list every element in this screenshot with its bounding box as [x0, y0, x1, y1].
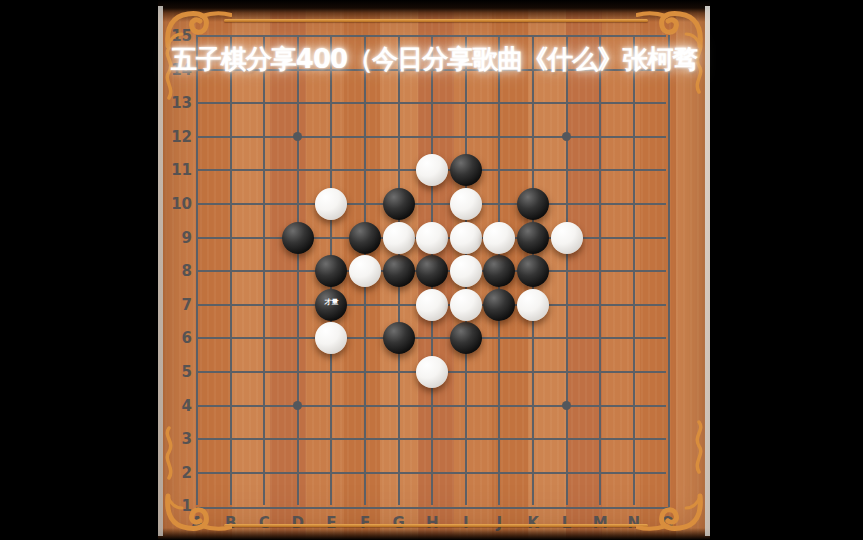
board-grid[interactable]: 才量: [196, 35, 670, 509]
white-stone-I10[interactable]: [450, 188, 482, 220]
board-cell[interactable]: [196, 169, 230, 203]
ornament-right-scroll-bottom-icon: [692, 420, 708, 480]
board-cell[interactable]: [599, 438, 633, 472]
board-cell[interactable]: [330, 371, 364, 405]
board-cell[interactable]: [498, 136, 532, 170]
video-frame: 才量 151413121110987654321 ABCDEFGHIJKLMNO: [0, 0, 863, 540]
board-cell[interactable]: [398, 438, 432, 472]
board-cell[interactable]: [230, 337, 264, 371]
white-stone-G9[interactable]: [383, 222, 415, 254]
board-cell[interactable]: [566, 472, 600, 506]
board-cell[interactable]: [532, 136, 566, 170]
col-label-H: H: [420, 514, 444, 532]
black-stone-D9[interactable]: [282, 222, 314, 254]
board-cell[interactable]: [633, 237, 667, 271]
board-cell[interactable]: [532, 337, 566, 371]
video-title-overlay: 五子棋分享400（今日分享歌曲《什么》张柯骛: [154, 42, 714, 77]
col-label-C: C: [252, 514, 276, 532]
board-cell[interactable]: [330, 438, 364, 472]
white-stone-I9[interactable]: [450, 222, 482, 254]
board-cell[interactable]: [599, 371, 633, 405]
board-cell[interactable]: [566, 102, 600, 136]
black-stone-G10[interactable]: [383, 188, 415, 220]
ornament-corner-bottom-right-icon: [636, 492, 706, 536]
board-cell[interactable]: [599, 270, 633, 304]
board-cell[interactable]: [330, 136, 364, 170]
board-cell[interactable]: [498, 472, 532, 506]
board-cell[interactable]: [263, 371, 297, 405]
board-cell[interactable]: [230, 102, 264, 136]
board-cell[interactable]: [498, 102, 532, 136]
black-stone-F9[interactable]: [349, 222, 381, 254]
board-cell[interactable]: [263, 270, 297, 304]
board-cell[interactable]: [364, 405, 398, 439]
board-cell[interactable]: [566, 337, 600, 371]
board-cell[interactable]: [465, 472, 499, 506]
board-cell[interactable]: [465, 438, 499, 472]
board-cell[interactable]: [196, 136, 230, 170]
board-cell[interactable]: [566, 169, 600, 203]
board-cell[interactable]: [498, 405, 532, 439]
board-cell[interactable]: [431, 102, 465, 136]
board-cell[interactable]: [230, 136, 264, 170]
white-stone-F8[interactable]: [349, 255, 381, 287]
row-label-4: 4: [168, 397, 192, 415]
col-label-G: G: [387, 514, 411, 532]
white-stone-H5[interactable]: [416, 356, 448, 388]
black-stone-K8[interactable]: [517, 255, 549, 287]
ornament-left-scroll-bottom-icon: [160, 426, 176, 486]
board-cell[interactable]: [566, 270, 600, 304]
board-cell[interactable]: [196, 102, 230, 136]
board-cell[interactable]: [566, 371, 600, 405]
board-cell[interactable]: [633, 136, 667, 170]
white-stone-I7[interactable]: [450, 289, 482, 321]
board-cell[interactable]: [297, 405, 331, 439]
col-label-F: F: [353, 514, 377, 532]
board-cell[interactable]: [196, 371, 230, 405]
board-cell[interactable]: [364, 136, 398, 170]
board-cell[interactable]: [263, 405, 297, 439]
black-stone-J7[interactable]: [483, 289, 515, 321]
board-cell[interactable]: [263, 337, 297, 371]
board-cell[interactable]: [364, 371, 398, 405]
board-cell[interactable]: [230, 472, 264, 506]
row-label-11: 11: [168, 161, 192, 179]
board-cell[interactable]: [263, 102, 297, 136]
white-stone-K7[interactable]: [517, 289, 549, 321]
black-stone-E7[interactable]: 才量: [315, 289, 347, 321]
board-cell[interactable]: [532, 102, 566, 136]
board-cell[interactable]: [633, 438, 667, 472]
board-cell[interactable]: [599, 169, 633, 203]
board-cell[interactable]: [633, 102, 667, 136]
black-stone-G8[interactable]: [383, 255, 415, 287]
board-cell[interactable]: [196, 237, 230, 271]
board-cell[interactable]: [230, 438, 264, 472]
board-cell[interactable]: [566, 405, 600, 439]
col-label-I: I: [454, 514, 478, 532]
board-cell[interactable]: [230, 203, 264, 237]
last-move-mark: 才量: [324, 298, 338, 306]
board-cell[interactable]: [465, 405, 499, 439]
ornament-corner-bottom-left-icon: [162, 492, 232, 536]
board-cell[interactable]: [330, 102, 364, 136]
black-stone-K10[interactable]: [517, 188, 549, 220]
board-cell[interactable]: [364, 472, 398, 506]
white-stone-I8[interactable]: [450, 255, 482, 287]
board-cell[interactable]: [633, 371, 667, 405]
board-cell[interactable]: [297, 472, 331, 506]
white-stone-L9[interactable]: [551, 222, 583, 254]
board-cell[interactable]: [431, 472, 465, 506]
black-stone-I6[interactable]: [450, 322, 482, 354]
board-cell[interactable]: [297, 136, 331, 170]
col-label-M: M: [588, 514, 612, 532]
board-cell[interactable]: [297, 438, 331, 472]
board-cell[interactable]: [633, 169, 667, 203]
row-label-9: 9: [168, 229, 192, 247]
gomoku-board: 才量 151413121110987654321 ABCDEFGHIJKLMNO: [158, 0, 710, 540]
white-stone-H7[interactable]: [416, 289, 448, 321]
board-cell[interactable]: [230, 270, 264, 304]
white-stone-H9[interactable]: [416, 222, 448, 254]
board-cell[interactable]: [330, 405, 364, 439]
board-cell[interactable]: [599, 237, 633, 271]
board-cell[interactable]: [297, 371, 331, 405]
black-stone-K9[interactable]: [517, 222, 549, 254]
board-cell[interactable]: [532, 472, 566, 506]
board-cell[interactable]: [196, 438, 230, 472]
board-cell[interactable]: [263, 136, 297, 170]
board-cell[interactable]: [498, 371, 532, 405]
board-cell[interactable]: [633, 203, 667, 237]
board-cell[interactable]: [599, 136, 633, 170]
board-cell[interactable]: [263, 304, 297, 338]
board-cell[interactable]: [599, 304, 633, 338]
board-cell[interactable]: [330, 472, 364, 506]
board-cell[interactable]: [633, 304, 667, 338]
board-cell[interactable]: [230, 371, 264, 405]
board-cell[interactable]: [498, 337, 532, 371]
row-label-10: 10: [168, 195, 192, 213]
board-cell[interactable]: [599, 203, 633, 237]
black-stone-G6[interactable]: [383, 322, 415, 354]
board-cell[interactable]: [633, 405, 667, 439]
board-cell[interactable]: [263, 472, 297, 506]
row-label-7: 7: [168, 296, 192, 314]
board-cell[interactable]: [230, 169, 264, 203]
board-cell[interactable]: [599, 472, 633, 506]
board-cell[interactable]: [297, 102, 331, 136]
white-stone-J9[interactable]: [483, 222, 515, 254]
board-cell[interactable]: [196, 405, 230, 439]
board-cell[interactable]: [230, 304, 264, 338]
board-cell[interactable]: [566, 136, 600, 170]
row-label-8: 8: [168, 262, 192, 280]
col-label-K: K: [521, 514, 545, 532]
board-cell[interactable]: [465, 102, 499, 136]
board-cell[interactable]: [599, 405, 633, 439]
board-cell[interactable]: [398, 405, 432, 439]
board-cell[interactable]: [633, 337, 667, 371]
board-cell[interactable]: [230, 405, 264, 439]
board-cell[interactable]: [263, 169, 297, 203]
board-cell[interactable]: [532, 371, 566, 405]
board-cell[interactable]: [230, 237, 264, 271]
row-label-12: 12: [168, 128, 192, 146]
board-cell[interactable]: [196, 337, 230, 371]
ornament-bottom-line-icon: [224, 524, 648, 527]
board-cell[interactable]: [532, 438, 566, 472]
board-cell[interactable]: [364, 102, 398, 136]
board-cell[interactable]: [532, 405, 566, 439]
row-label-5: 5: [168, 363, 192, 381]
board-cell[interactable]: [364, 438, 398, 472]
board-cell[interactable]: [196, 304, 230, 338]
board-cell[interactable]: [431, 405, 465, 439]
board-cell[interactable]: [398, 472, 432, 506]
board-cell[interactable]: [263, 438, 297, 472]
board-cell[interactable]: [633, 270, 667, 304]
board-cell[interactable]: [599, 102, 633, 136]
board-cell[interactable]: [566, 438, 600, 472]
board-cell[interactable]: [465, 371, 499, 405]
col-label-L: L: [555, 514, 579, 532]
col-label-J: J: [487, 514, 511, 532]
black-stone-I11[interactable]: [450, 154, 482, 186]
board-cell[interactable]: [431, 438, 465, 472]
board-cell[interactable]: [398, 102, 432, 136]
ornament-top-line-icon: [224, 19, 648, 22]
board-cell[interactable]: [566, 304, 600, 338]
board-cell[interactable]: [196, 270, 230, 304]
board-cell[interactable]: [498, 438, 532, 472]
row-label-6: 6: [168, 329, 192, 347]
col-label-D: D: [286, 514, 310, 532]
board-cell[interactable]: [599, 337, 633, 371]
col-label-E: E: [319, 514, 343, 532]
board-cell[interactable]: [196, 203, 230, 237]
